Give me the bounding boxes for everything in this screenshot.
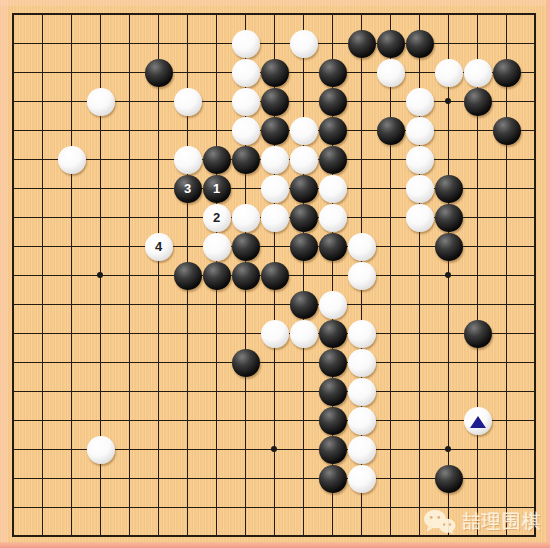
black-stone <box>319 407 347 435</box>
white-stone <box>232 88 260 116</box>
black-stone <box>464 320 492 348</box>
white-stone <box>232 30 260 58</box>
board-intersection <box>347 435 376 464</box>
black-stone <box>319 378 347 406</box>
black-stone <box>319 59 347 87</box>
black-stone <box>435 175 463 203</box>
board-intersection <box>492 58 521 87</box>
board-intersection <box>289 145 318 174</box>
board-intersection <box>318 203 347 232</box>
board-intersection <box>405 87 434 116</box>
board-intersection <box>318 58 347 87</box>
board-intersection <box>260 58 289 87</box>
black-stone <box>348 30 376 58</box>
black-stone <box>290 204 318 232</box>
black-stone-move-1: 1 <box>203 175 231 203</box>
board-intersection <box>318 290 347 319</box>
board-intersection <box>260 174 289 203</box>
black-stone <box>261 117 289 145</box>
board-intersection <box>318 116 347 145</box>
board-intersection <box>434 203 463 232</box>
white-stone <box>87 436 115 464</box>
white-stone <box>319 291 347 319</box>
board-intersection <box>202 232 231 261</box>
board-intersection <box>231 145 260 174</box>
white-stone <box>290 30 318 58</box>
white-stone <box>406 175 434 203</box>
black-stone <box>464 88 492 116</box>
board-intersection <box>463 319 492 348</box>
black-stone <box>377 30 405 58</box>
board-intersection <box>231 87 260 116</box>
white-stone <box>464 59 492 87</box>
board-intersection <box>463 87 492 116</box>
black-stone <box>377 117 405 145</box>
board-intersection <box>289 174 318 203</box>
white-stone-triangle-marked <box>464 407 492 435</box>
black-stone <box>435 233 463 261</box>
black-stone <box>493 59 521 87</box>
black-stone <box>319 117 347 145</box>
triangle-mark-icon <box>470 416 486 428</box>
white-stone <box>290 320 318 348</box>
board-intersection <box>260 261 289 290</box>
board-intersection <box>86 87 115 116</box>
board-intersection <box>289 232 318 261</box>
board-intersection <box>347 464 376 493</box>
white-stone <box>348 262 376 290</box>
board-intersection <box>318 464 347 493</box>
board-intersection: 1 <box>202 174 231 203</box>
white-stone <box>348 233 376 261</box>
white-stone <box>290 146 318 174</box>
board-intersection <box>289 116 318 145</box>
board-intersection <box>202 261 231 290</box>
go-board-diagram: 3124 喆理围棋 <box>0 0 550 548</box>
black-stone <box>319 320 347 348</box>
board-intersection <box>86 435 115 464</box>
board-intersection <box>347 261 376 290</box>
white-stone <box>319 175 347 203</box>
board-intersection <box>405 203 434 232</box>
black-stone <box>435 465 463 493</box>
board-intersection: 2 <box>202 203 231 232</box>
white-stone <box>348 320 376 348</box>
white-stone <box>261 175 289 203</box>
white-stone <box>348 465 376 493</box>
board-intersection <box>318 348 347 377</box>
black-stone <box>406 30 434 58</box>
board-intersection <box>434 58 463 87</box>
white-stone <box>406 88 434 116</box>
board-intersection <box>260 203 289 232</box>
white-stone <box>348 378 376 406</box>
board-intersection <box>347 377 376 406</box>
white-stone <box>261 320 289 348</box>
white-stone <box>348 407 376 435</box>
board-intersection <box>289 319 318 348</box>
board-intersection <box>347 232 376 261</box>
board-intersection <box>260 116 289 145</box>
black-stone <box>319 146 347 174</box>
white-stone <box>58 146 86 174</box>
board-intersection <box>289 29 318 58</box>
stones-grid: 3124 <box>0 0 550 548</box>
board-intersection <box>318 406 347 435</box>
white-stone <box>435 59 463 87</box>
board-intersection <box>231 203 260 232</box>
black-stone <box>232 146 260 174</box>
black-stone <box>319 436 347 464</box>
board-intersection <box>405 174 434 203</box>
black-stone <box>232 262 260 290</box>
board-intersection <box>318 435 347 464</box>
black-stone <box>203 262 231 290</box>
board-intersection <box>405 29 434 58</box>
white-stone <box>261 204 289 232</box>
white-stone <box>319 204 347 232</box>
white-stone <box>377 59 405 87</box>
board-intersection <box>231 261 260 290</box>
black-stone <box>261 262 289 290</box>
black-stone <box>261 88 289 116</box>
board-intersection <box>463 406 492 435</box>
black-stone <box>232 233 260 261</box>
black-stone <box>319 88 347 116</box>
board-intersection <box>289 203 318 232</box>
white-stone <box>174 146 202 174</box>
board-intersection <box>173 145 202 174</box>
board-intersection <box>173 87 202 116</box>
white-stone <box>290 117 318 145</box>
white-stone <box>348 349 376 377</box>
board-intersection <box>434 464 463 493</box>
board-intersection <box>347 348 376 377</box>
white-stone <box>348 436 376 464</box>
white-stone <box>232 117 260 145</box>
board-intersection <box>376 29 405 58</box>
board-intersection <box>405 116 434 145</box>
black-stone <box>145 59 173 87</box>
board-intersection <box>318 145 347 174</box>
black-stone <box>319 233 347 261</box>
black-stone <box>493 117 521 145</box>
white-stone <box>203 233 231 261</box>
black-stone <box>203 146 231 174</box>
black-stone <box>290 233 318 261</box>
black-stone <box>435 204 463 232</box>
board-intersection <box>434 232 463 261</box>
board-intersection <box>347 319 376 348</box>
white-stone <box>406 117 434 145</box>
board-intersection: 4 <box>144 232 173 261</box>
board-intersection <box>434 174 463 203</box>
board-intersection <box>260 319 289 348</box>
white-stone <box>232 59 260 87</box>
black-stone <box>319 465 347 493</box>
board-intersection <box>289 290 318 319</box>
board-intersection <box>318 319 347 348</box>
board-intersection <box>231 116 260 145</box>
board-intersection <box>57 145 86 174</box>
board-intersection <box>231 348 260 377</box>
board-intersection <box>405 145 434 174</box>
board-intersection <box>231 29 260 58</box>
black-stone <box>174 262 202 290</box>
black-stone <box>290 175 318 203</box>
black-stone <box>290 291 318 319</box>
black-stone <box>261 59 289 87</box>
white-stone <box>232 204 260 232</box>
board-intersection <box>318 232 347 261</box>
board-intersection <box>376 58 405 87</box>
white-stone <box>406 146 434 174</box>
black-stone <box>319 349 347 377</box>
white-stone <box>261 146 289 174</box>
board-intersection <box>173 261 202 290</box>
board-intersection <box>492 116 521 145</box>
board-intersection <box>231 232 260 261</box>
board-intersection <box>318 174 347 203</box>
white-stone-move-4: 4 <box>145 233 173 261</box>
board-intersection: 3 <box>173 174 202 203</box>
black-stone <box>232 349 260 377</box>
black-stone-move-3: 3 <box>174 175 202 203</box>
board-intersection <box>347 29 376 58</box>
board-intersection <box>347 406 376 435</box>
board-intersection <box>202 145 231 174</box>
white-stone-move-2: 2 <box>203 204 231 232</box>
board-intersection <box>231 58 260 87</box>
board-intersection <box>144 58 173 87</box>
white-stone <box>406 204 434 232</box>
board-intersection <box>318 87 347 116</box>
board-intersection <box>318 377 347 406</box>
white-stone <box>174 88 202 116</box>
white-stone <box>87 88 115 116</box>
board-intersection <box>260 145 289 174</box>
board-intersection <box>463 58 492 87</box>
board-intersection <box>376 116 405 145</box>
board-intersection <box>260 87 289 116</box>
